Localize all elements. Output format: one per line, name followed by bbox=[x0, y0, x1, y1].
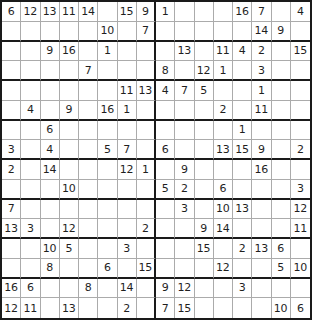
cell-r2c13[interactable] bbox=[233, 22, 252, 42]
cell-r12c13[interactable] bbox=[233, 219, 252, 239]
cell-r1c7[interactable]: 15 bbox=[118, 2, 137, 22]
cell-r16c15[interactable]: 10 bbox=[272, 298, 291, 318]
cell-r14c9[interactable] bbox=[156, 259, 175, 279]
sudoku-board: 6121311141591167410714991611311421578121… bbox=[0, 0, 312, 320]
cell-r9c15[interactable] bbox=[272, 160, 291, 180]
cell-r12c9[interactable] bbox=[156, 219, 175, 239]
cell-r8c2[interactable] bbox=[21, 140, 40, 160]
cell-r9c13[interactable] bbox=[233, 160, 252, 180]
cell-r9c10[interactable]: 9 bbox=[175, 160, 194, 180]
cell-r3c5[interactable] bbox=[79, 42, 98, 62]
cell-r5c9[interactable]: 4 bbox=[156, 81, 175, 101]
cell-r3c3[interactable]: 9 bbox=[41, 42, 60, 62]
cell-r3c16[interactable]: 15 bbox=[291, 42, 310, 62]
cell-r3c9[interactable] bbox=[156, 42, 175, 62]
cell-r7c1[interactable] bbox=[2, 121, 21, 141]
cell-r6c11[interactable] bbox=[195, 101, 214, 121]
cell-r9c6[interactable] bbox=[98, 160, 117, 180]
cell-r16c12[interactable] bbox=[214, 298, 233, 318]
cell-r14c16[interactable]: 10 bbox=[291, 259, 310, 279]
cell-r15c15[interactable] bbox=[272, 279, 291, 299]
cell-r1c2[interactable]: 12 bbox=[21, 2, 40, 22]
cell-r6c9[interactable] bbox=[156, 101, 175, 121]
cell-r15c5[interactable]: 8 bbox=[79, 279, 98, 299]
cell-r12c14[interactable] bbox=[252, 219, 271, 239]
cell-r12c11[interactable]: 9 bbox=[195, 219, 214, 239]
cell-r2c12[interactable] bbox=[214, 22, 233, 42]
cell-r13c7[interactable]: 3 bbox=[118, 239, 137, 259]
cell-r15c2[interactable]: 6 bbox=[21, 279, 40, 299]
cell-r10c7[interactable] bbox=[118, 180, 137, 200]
cell-r11c7[interactable] bbox=[118, 200, 137, 220]
cell-r12c15[interactable] bbox=[272, 219, 291, 239]
cell-r9c2[interactable] bbox=[21, 160, 40, 180]
cell-r2c9[interactable] bbox=[156, 22, 175, 42]
cell-r13c15[interactable]: 6 bbox=[272, 239, 291, 259]
cell-r8c10[interactable] bbox=[175, 140, 194, 160]
cell-r9c9[interactable] bbox=[156, 160, 175, 180]
cell-r10c12[interactable]: 6 bbox=[214, 180, 233, 200]
cell-r8c7[interactable]: 7 bbox=[118, 140, 137, 160]
cell-r3c13[interactable]: 4 bbox=[233, 42, 252, 62]
cell-r7c15[interactable] bbox=[272, 121, 291, 141]
cell-r5c13[interactable] bbox=[233, 81, 252, 101]
cell-r16c10[interactable]: 15 bbox=[175, 298, 194, 318]
cell-r13c4[interactable]: 5 bbox=[60, 239, 79, 259]
cell-r7c16[interactable] bbox=[291, 121, 310, 141]
cell-r3c15[interactable] bbox=[272, 42, 291, 62]
cell-r5c6[interactable] bbox=[98, 81, 117, 101]
cell-r15c12[interactable] bbox=[214, 279, 233, 299]
cell-r3c1[interactable] bbox=[2, 42, 21, 62]
cell-r1c16[interactable]: 4 bbox=[291, 2, 310, 22]
cell-r11c11[interactable] bbox=[195, 200, 214, 220]
cell-r13c14[interactable]: 13 bbox=[252, 239, 271, 259]
cell-r14c6[interactable]: 6 bbox=[98, 259, 117, 279]
cell-r4c15[interactable] bbox=[272, 61, 291, 81]
cell-r10c1[interactable] bbox=[2, 180, 21, 200]
cell-r6c16[interactable] bbox=[291, 101, 310, 121]
cell-r7c12[interactable] bbox=[214, 121, 233, 141]
cell-r2c11[interactable] bbox=[195, 22, 214, 42]
cell-r12c3[interactable] bbox=[41, 219, 60, 239]
cell-r6c12[interactable]: 2 bbox=[214, 101, 233, 121]
cell-r5c7[interactable]: 11 bbox=[118, 81, 137, 101]
cell-r6c6[interactable]: 16 bbox=[98, 101, 117, 121]
cell-r13c5[interactable] bbox=[79, 239, 98, 259]
cell-r9c5[interactable] bbox=[79, 160, 98, 180]
cell-r1c13[interactable]: 16 bbox=[233, 2, 252, 22]
cell-r13c8[interactable] bbox=[137, 239, 156, 259]
cell-r2c1[interactable] bbox=[2, 22, 21, 42]
cell-r12c16[interactable]: 11 bbox=[291, 219, 310, 239]
cell-r12c2[interactable]: 3 bbox=[21, 219, 40, 239]
cell-r8c11[interactable] bbox=[195, 140, 214, 160]
cell-r1c5[interactable]: 14 bbox=[79, 2, 98, 22]
cell-r11c1[interactable]: 7 bbox=[2, 200, 21, 220]
cell-r1c12[interactable] bbox=[214, 2, 233, 22]
cell-r2c6[interactable]: 10 bbox=[98, 22, 117, 42]
cell-r4c3[interactable] bbox=[41, 61, 60, 81]
cell-r4c6[interactable] bbox=[98, 61, 117, 81]
cell-r11c12[interactable]: 10 bbox=[214, 200, 233, 220]
cell-r11c14[interactable] bbox=[252, 200, 271, 220]
cell-r11c13[interactable]: 13 bbox=[233, 200, 252, 220]
cell-r7c13[interactable]: 1 bbox=[233, 121, 252, 141]
cell-r2c3[interactable] bbox=[41, 22, 60, 42]
cell-r3c6[interactable]: 1 bbox=[98, 42, 117, 62]
cell-r13c1[interactable] bbox=[2, 239, 21, 259]
cell-r11c16[interactable]: 12 bbox=[291, 200, 310, 220]
cell-r16c16[interactable]: 6 bbox=[291, 298, 310, 318]
cell-r3c10[interactable]: 13 bbox=[175, 42, 194, 62]
cell-r15c6[interactable] bbox=[98, 279, 117, 299]
cell-r12c6[interactable] bbox=[98, 219, 117, 239]
cell-r8c8[interactable] bbox=[137, 140, 156, 160]
cell-r11c8[interactable] bbox=[137, 200, 156, 220]
cell-r10c13[interactable] bbox=[233, 180, 252, 200]
cell-r10c16[interactable]: 3 bbox=[291, 180, 310, 200]
cell-r7c6[interactable] bbox=[98, 121, 117, 141]
cell-r7c5[interactable] bbox=[79, 121, 98, 141]
cell-r9c14[interactable]: 16 bbox=[252, 160, 271, 180]
cell-r15c11[interactable] bbox=[195, 279, 214, 299]
cell-r3c7[interactable] bbox=[118, 42, 137, 62]
cell-r15c8[interactable] bbox=[137, 279, 156, 299]
cell-r8c16[interactable]: 2 bbox=[291, 140, 310, 160]
cell-r14c7[interactable] bbox=[118, 259, 137, 279]
cell-r1c11[interactable] bbox=[195, 2, 214, 22]
cell-r15c1[interactable]: 16 bbox=[2, 279, 21, 299]
cell-r15c7[interactable]: 14 bbox=[118, 279, 137, 299]
cell-r15c9[interactable]: 9 bbox=[156, 279, 175, 299]
cell-r12c4[interactable]: 12 bbox=[60, 219, 79, 239]
cell-r8c3[interactable]: 4 bbox=[41, 140, 60, 160]
cell-r3c2[interactable] bbox=[21, 42, 40, 62]
cell-r14c14[interactable] bbox=[252, 259, 271, 279]
cell-r5c2[interactable] bbox=[21, 81, 40, 101]
cell-r5c8[interactable]: 13 bbox=[137, 81, 156, 101]
cell-r4c8[interactable] bbox=[137, 61, 156, 81]
cell-r11c10[interactable]: 3 bbox=[175, 200, 194, 220]
cell-r6c5[interactable] bbox=[79, 101, 98, 121]
cell-r2c16[interactable] bbox=[291, 22, 310, 42]
cell-r9c1[interactable]: 2 bbox=[2, 160, 21, 180]
cell-r8c15[interactable] bbox=[272, 140, 291, 160]
cell-r2c2[interactable] bbox=[21, 22, 40, 42]
cell-r1c15[interactable] bbox=[272, 2, 291, 22]
cell-r13c12[interactable] bbox=[214, 239, 233, 259]
cell-r5c15[interactable] bbox=[272, 81, 291, 101]
cell-r2c7[interactable] bbox=[118, 22, 137, 42]
cell-r14c4[interactable] bbox=[60, 259, 79, 279]
cell-r2c5[interactable] bbox=[79, 22, 98, 42]
cell-r4c16[interactable] bbox=[291, 61, 310, 81]
cell-r10c4[interactable]: 10 bbox=[60, 180, 79, 200]
cell-r9c8[interactable]: 1 bbox=[137, 160, 156, 180]
cell-r11c5[interactable] bbox=[79, 200, 98, 220]
cell-r14c12[interactable]: 12 bbox=[214, 259, 233, 279]
cell-r7c11[interactable] bbox=[195, 121, 214, 141]
cell-r2c15[interactable]: 9 bbox=[272, 22, 291, 42]
cell-r4c12[interactable]: 1 bbox=[214, 61, 233, 81]
cell-r4c1[interactable] bbox=[2, 61, 21, 81]
cell-r9c11[interactable] bbox=[195, 160, 214, 180]
cell-r9c12[interactable] bbox=[214, 160, 233, 180]
cell-r12c10[interactable] bbox=[175, 219, 194, 239]
cell-r12c8[interactable]: 2 bbox=[137, 219, 156, 239]
cell-r8c4[interactable] bbox=[60, 140, 79, 160]
cell-r4c9[interactable]: 8 bbox=[156, 61, 175, 81]
cell-r7c2[interactable] bbox=[21, 121, 40, 141]
cell-r16c5[interactable] bbox=[79, 298, 98, 318]
cell-r16c7[interactable]: 2 bbox=[118, 298, 137, 318]
cell-r15c14[interactable] bbox=[252, 279, 271, 299]
cell-r11c2[interactable] bbox=[21, 200, 40, 220]
cell-r3c11[interactable] bbox=[195, 42, 214, 62]
cell-r13c3[interactable]: 10 bbox=[41, 239, 60, 259]
cell-r14c1[interactable] bbox=[2, 259, 21, 279]
cell-r9c7[interactable]: 12 bbox=[118, 160, 137, 180]
cell-r6c15[interactable] bbox=[272, 101, 291, 121]
cell-r10c6[interactable] bbox=[98, 180, 117, 200]
cell-r13c13[interactable]: 2 bbox=[233, 239, 252, 259]
cell-r4c13[interactable] bbox=[233, 61, 252, 81]
cell-r8c14[interactable]: 9 bbox=[252, 140, 271, 160]
cell-r16c2[interactable]: 11 bbox=[21, 298, 40, 318]
cell-r5c3[interactable] bbox=[41, 81, 60, 101]
cell-r3c14[interactable]: 2 bbox=[252, 42, 271, 62]
cell-r16c4[interactable]: 13 bbox=[60, 298, 79, 318]
cell-r10c10[interactable]: 2 bbox=[175, 180, 194, 200]
cell-r1c10[interactable] bbox=[175, 2, 194, 22]
cell-r4c10[interactable] bbox=[175, 61, 194, 81]
cell-r3c8[interactable] bbox=[137, 42, 156, 62]
cell-r10c9[interactable]: 5 bbox=[156, 180, 175, 200]
cell-r7c3[interactable]: 6 bbox=[41, 121, 60, 141]
cell-r10c8[interactable] bbox=[137, 180, 156, 200]
cell-r16c9[interactable]: 7 bbox=[156, 298, 175, 318]
cell-r12c5[interactable] bbox=[79, 219, 98, 239]
cell-r12c12[interactable]: 14 bbox=[214, 219, 233, 239]
cell-r6c13[interactable] bbox=[233, 101, 252, 121]
cell-r10c11[interactable] bbox=[195, 180, 214, 200]
cell-r12c7[interactable] bbox=[118, 219, 137, 239]
cell-r14c11[interactable] bbox=[195, 259, 214, 279]
cell-r9c4[interactable] bbox=[60, 160, 79, 180]
cell-r1c1[interactable]: 6 bbox=[2, 2, 21, 22]
cell-r2c8[interactable]: 7 bbox=[137, 22, 156, 42]
cell-r13c10[interactable] bbox=[175, 239, 194, 259]
cell-r10c5[interactable] bbox=[79, 180, 98, 200]
cell-r13c2[interactable] bbox=[21, 239, 40, 259]
cell-r2c10[interactable] bbox=[175, 22, 194, 42]
cell-r16c1[interactable]: 12 bbox=[2, 298, 21, 318]
cell-r14c13[interactable] bbox=[233, 259, 252, 279]
cell-r5c16[interactable] bbox=[291, 81, 310, 101]
cell-r1c6[interactable] bbox=[98, 2, 117, 22]
cell-r4c7[interactable] bbox=[118, 61, 137, 81]
cell-r15c3[interactable] bbox=[41, 279, 60, 299]
cell-r1c3[interactable]: 13 bbox=[41, 2, 60, 22]
cell-r5c14[interactable]: 1 bbox=[252, 81, 271, 101]
cell-r13c6[interactable] bbox=[98, 239, 117, 259]
cell-r8c9[interactable]: 6 bbox=[156, 140, 175, 160]
cell-r5c5[interactable] bbox=[79, 81, 98, 101]
cell-r4c4[interactable] bbox=[60, 61, 79, 81]
cell-r8c5[interactable] bbox=[79, 140, 98, 160]
cell-r13c9[interactable] bbox=[156, 239, 175, 259]
cell-r6c1[interactable] bbox=[2, 101, 21, 121]
cell-r4c14[interactable]: 3 bbox=[252, 61, 271, 81]
cell-r7c8[interactable] bbox=[137, 121, 156, 141]
cell-r3c4[interactable]: 16 bbox=[60, 42, 79, 62]
cell-r11c15[interactable] bbox=[272, 200, 291, 220]
cell-r14c2[interactable] bbox=[21, 259, 40, 279]
cell-r6c10[interactable] bbox=[175, 101, 194, 121]
cell-r16c8[interactable] bbox=[137, 298, 156, 318]
cell-r15c13[interactable]: 3 bbox=[233, 279, 252, 299]
cell-r16c14[interactable] bbox=[252, 298, 271, 318]
cell-r15c16[interactable] bbox=[291, 279, 310, 299]
cell-r4c11[interactable]: 12 bbox=[195, 61, 214, 81]
cell-r10c3[interactable] bbox=[41, 180, 60, 200]
cell-r8c1[interactable]: 3 bbox=[2, 140, 21, 160]
cell-r2c4[interactable] bbox=[60, 22, 79, 42]
cell-r9c3[interactable]: 14 bbox=[41, 160, 60, 180]
cell-r6c14[interactable]: 11 bbox=[252, 101, 271, 121]
cell-r6c3[interactable] bbox=[41, 101, 60, 121]
cell-r9c16[interactable] bbox=[291, 160, 310, 180]
cell-r6c7[interactable]: 1 bbox=[118, 101, 137, 121]
cell-r12c1[interactable]: 13 bbox=[2, 219, 21, 239]
cell-r5c4[interactable] bbox=[60, 81, 79, 101]
cell-r10c14[interactable] bbox=[252, 180, 271, 200]
cell-r14c8[interactable]: 15 bbox=[137, 259, 156, 279]
cell-r11c6[interactable] bbox=[98, 200, 117, 220]
cell-r8c12[interactable]: 13 bbox=[214, 140, 233, 160]
cell-r5c12[interactable] bbox=[214, 81, 233, 101]
cell-r1c8[interactable]: 9 bbox=[137, 2, 156, 22]
cell-r10c15[interactable] bbox=[272, 180, 291, 200]
cell-r7c7[interactable] bbox=[118, 121, 137, 141]
cell-r1c14[interactable]: 7 bbox=[252, 2, 271, 22]
cell-r15c10[interactable]: 12 bbox=[175, 279, 194, 299]
cell-r3c12[interactable]: 11 bbox=[214, 42, 233, 62]
cell-r5c1[interactable] bbox=[2, 81, 21, 101]
cell-r5c11[interactable]: 5 bbox=[195, 81, 214, 101]
cell-r15c4[interactable] bbox=[60, 279, 79, 299]
cell-r14c3[interactable]: 8 bbox=[41, 259, 60, 279]
cell-r7c4[interactable] bbox=[60, 121, 79, 141]
cell-r16c11[interactable] bbox=[195, 298, 214, 318]
cell-r1c9[interactable]: 1 bbox=[156, 2, 175, 22]
cell-r14c10[interactable] bbox=[175, 259, 194, 279]
cell-r1c4[interactable]: 11 bbox=[60, 2, 79, 22]
cell-r11c3[interactable] bbox=[41, 200, 60, 220]
cell-r11c9[interactable] bbox=[156, 200, 175, 220]
cell-r6c4[interactable]: 9 bbox=[60, 101, 79, 121]
cell-r7c10[interactable] bbox=[175, 121, 194, 141]
cell-r14c15[interactable]: 5 bbox=[272, 259, 291, 279]
cell-r13c11[interactable]: 15 bbox=[195, 239, 214, 259]
cell-r16c13[interactable] bbox=[233, 298, 252, 318]
cell-r5c10[interactable]: 7 bbox=[175, 81, 194, 101]
cell-r7c14[interactable] bbox=[252, 121, 271, 141]
cell-r16c3[interactable] bbox=[41, 298, 60, 318]
cell-r4c2[interactable] bbox=[21, 61, 40, 81]
cell-r2c14[interactable]: 14 bbox=[252, 22, 271, 42]
cell-r8c6[interactable]: 5 bbox=[98, 140, 117, 160]
cell-r8c13[interactable]: 15 bbox=[233, 140, 252, 160]
cell-r16c6[interactable] bbox=[98, 298, 117, 318]
cell-r11c4[interactable] bbox=[60, 200, 79, 220]
cell-r7c9[interactable] bbox=[156, 121, 175, 141]
cell-r13c16[interactable] bbox=[291, 239, 310, 259]
cell-r6c8[interactable] bbox=[137, 101, 156, 121]
cell-r6c2[interactable]: 4 bbox=[21, 101, 40, 121]
cell-r14c5[interactable] bbox=[79, 259, 98, 279]
cell-r10c2[interactable] bbox=[21, 180, 40, 200]
cell-r4c5[interactable]: 7 bbox=[79, 61, 98, 81]
